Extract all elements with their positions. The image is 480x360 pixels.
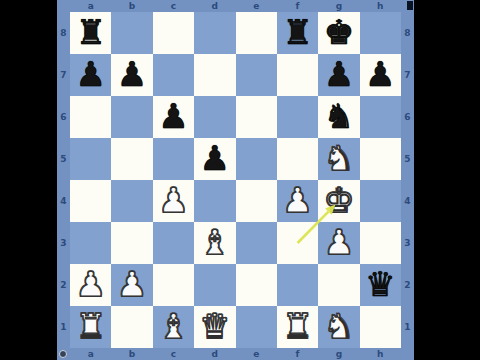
square-f6[interactable] bbox=[277, 96, 318, 138]
square-d1[interactable]: ♛ bbox=[194, 306, 235, 348]
white-pawn[interactable]: ♟ bbox=[117, 267, 147, 301]
coordinate-label-6: 6 bbox=[401, 96, 414, 138]
coordinate-label-g: g bbox=[318, 348, 359, 360]
file-labels-top: abcdefgh bbox=[70, 0, 401, 12]
square-h7[interactable]: ♟ bbox=[360, 54, 401, 96]
white-pawn[interactable]: ♟ bbox=[282, 183, 312, 217]
square-d3[interactable]: ♝ bbox=[194, 222, 235, 264]
watermark-dot-icon bbox=[59, 350, 67, 358]
white-queen[interactable]: ♛ bbox=[200, 309, 230, 343]
square-b8[interactable] bbox=[111, 12, 152, 54]
square-a8[interactable]: ♜ bbox=[70, 12, 111, 54]
square-a4[interactable] bbox=[70, 180, 111, 222]
coordinate-label-2: 2 bbox=[57, 264, 70, 306]
square-b2[interactable]: ♟ bbox=[111, 264, 152, 306]
rank-labels-right: 87654321 bbox=[401, 12, 414, 348]
square-e4[interactable] bbox=[236, 180, 277, 222]
square-b4[interactable] bbox=[111, 180, 152, 222]
coordinate-label-4: 4 bbox=[401, 180, 414, 222]
square-h2[interactable]: ♛ bbox=[360, 264, 401, 306]
black-pawn[interactable]: ♟ bbox=[158, 99, 188, 133]
coordinate-label-c: c bbox=[153, 348, 194, 360]
coordinate-label-h: h bbox=[360, 0, 401, 12]
square-h6[interactable] bbox=[360, 96, 401, 138]
white-rook[interactable]: ♜ bbox=[282, 309, 312, 343]
square-b7[interactable]: ♟ bbox=[111, 54, 152, 96]
coordinate-label-7: 7 bbox=[57, 54, 70, 96]
square-a7[interactable]: ♟ bbox=[70, 54, 111, 96]
square-a6[interactable] bbox=[70, 96, 111, 138]
black-queen[interactable]: ♛ bbox=[365, 267, 395, 301]
square-h4[interactable] bbox=[360, 180, 401, 222]
coordinate-label-e: e bbox=[236, 348, 277, 360]
square-b1[interactable] bbox=[111, 306, 152, 348]
square-f7[interactable] bbox=[277, 54, 318, 96]
square-f2[interactable] bbox=[277, 264, 318, 306]
coordinate-label-g: g bbox=[318, 0, 359, 12]
square-b3[interactable] bbox=[111, 222, 152, 264]
coordinate-label-d: d bbox=[194, 0, 235, 12]
square-c8[interactable] bbox=[153, 12, 194, 54]
square-d6[interactable] bbox=[194, 96, 235, 138]
white-king[interactable]: ♚ bbox=[324, 183, 354, 217]
square-g5[interactable]: ♞ bbox=[318, 138, 359, 180]
square-d4[interactable] bbox=[194, 180, 235, 222]
square-h5[interactable] bbox=[360, 138, 401, 180]
coordinate-label-3: 3 bbox=[57, 222, 70, 264]
coordinate-label-a: a bbox=[70, 0, 111, 12]
square-f5[interactable] bbox=[277, 138, 318, 180]
black-pawn[interactable]: ♟ bbox=[324, 57, 354, 91]
black-rook[interactable]: ♜ bbox=[75, 15, 105, 49]
coordinate-label-8: 8 bbox=[57, 12, 70, 54]
square-g3[interactable]: ♟ bbox=[318, 222, 359, 264]
white-knight[interactable]: ♞ bbox=[324, 141, 354, 175]
square-c5[interactable] bbox=[153, 138, 194, 180]
square-d5[interactable]: ♟ bbox=[194, 138, 235, 180]
file-labels-bottom: abcdefgh bbox=[70, 348, 401, 360]
square-a2[interactable]: ♟ bbox=[70, 264, 111, 306]
white-knight[interactable]: ♞ bbox=[324, 309, 354, 343]
square-h1[interactable] bbox=[360, 306, 401, 348]
rank-labels-left: 87654321 bbox=[57, 12, 70, 348]
coordinate-label-d: d bbox=[194, 348, 235, 360]
square-e1[interactable] bbox=[236, 306, 277, 348]
coordinate-label-8: 8 bbox=[401, 12, 414, 54]
coordinate-label-6: 6 bbox=[57, 96, 70, 138]
square-d2[interactable] bbox=[194, 264, 235, 306]
white-pawn[interactable]: ♟ bbox=[75, 267, 105, 301]
square-a1[interactable]: ♜ bbox=[70, 306, 111, 348]
white-rook[interactable]: ♜ bbox=[75, 309, 105, 343]
square-e8[interactable] bbox=[236, 12, 277, 54]
coordinate-label-c: c bbox=[153, 0, 194, 12]
black-pawn[interactable]: ♟ bbox=[75, 57, 105, 91]
square-c3[interactable] bbox=[153, 222, 194, 264]
coordinate-label-h: h bbox=[360, 348, 401, 360]
square-d8[interactable] bbox=[194, 12, 235, 54]
square-e5[interactable] bbox=[236, 138, 277, 180]
coordinate-label-f: f bbox=[277, 0, 318, 12]
square-g6[interactable]: ♞ bbox=[318, 96, 359, 138]
black-king[interactable]: ♚ bbox=[324, 15, 354, 49]
square-e2[interactable] bbox=[236, 264, 277, 306]
square-g1[interactable]: ♞ bbox=[318, 306, 359, 348]
square-c7[interactable] bbox=[153, 54, 194, 96]
square-e3[interactable] bbox=[236, 222, 277, 264]
square-a3[interactable] bbox=[70, 222, 111, 264]
square-g7[interactable]: ♟ bbox=[318, 54, 359, 96]
black-pawn[interactable]: ♟ bbox=[117, 57, 147, 91]
coordinate-label-f: f bbox=[277, 348, 318, 360]
square-c2[interactable] bbox=[153, 264, 194, 306]
square-g2[interactable] bbox=[318, 264, 359, 306]
square-b5[interactable] bbox=[111, 138, 152, 180]
square-a5[interactable] bbox=[70, 138, 111, 180]
black-pawn[interactable]: ♟ bbox=[200, 141, 230, 175]
coordinate-label-5: 5 bbox=[401, 138, 414, 180]
black-rook[interactable]: ♜ bbox=[282, 15, 312, 49]
corner-marker-icon bbox=[407, 1, 413, 10]
square-h3[interactable] bbox=[360, 222, 401, 264]
square-c4[interactable]: ♟ bbox=[153, 180, 194, 222]
square-f1[interactable]: ♜ bbox=[277, 306, 318, 348]
square-d7[interactable] bbox=[194, 54, 235, 96]
square-e6[interactable] bbox=[236, 96, 277, 138]
coordinate-label-1: 1 bbox=[401, 306, 414, 348]
square-c6[interactable]: ♟ bbox=[153, 96, 194, 138]
square-b6[interactable] bbox=[111, 96, 152, 138]
square-g8[interactable]: ♚ bbox=[318, 12, 359, 54]
coordinate-label-1: 1 bbox=[57, 306, 70, 348]
white-bishop[interactable]: ♝ bbox=[200, 225, 230, 259]
white-bishop[interactable]: ♝ bbox=[158, 309, 188, 343]
coordinate-label-7: 7 bbox=[401, 54, 414, 96]
square-g4[interactable]: ♚ bbox=[318, 180, 359, 222]
coordinate-label-e: e bbox=[236, 0, 277, 12]
square-f8[interactable]: ♜ bbox=[277, 12, 318, 54]
coordinate-label-4: 4 bbox=[57, 180, 70, 222]
white-pawn[interactable]: ♟ bbox=[158, 183, 188, 217]
white-pawn[interactable]: ♟ bbox=[324, 225, 354, 259]
coordinate-label-2: 2 bbox=[401, 264, 414, 306]
chessboard-frame: abcdefgh abcdefgh 87654321 87654321 ♜♜♚♟… bbox=[57, 0, 414, 360]
chessboard: ♜♜♚♟♟♟♟♟♞♟♞♟♟♚♝♟♟♟♛♜♝♛♜♞ bbox=[70, 12, 401, 348]
coordinate-label-b: b bbox=[111, 348, 152, 360]
coordinate-label-b: b bbox=[111, 0, 152, 12]
square-f4[interactable]: ♟ bbox=[277, 180, 318, 222]
square-c1[interactable]: ♝ bbox=[153, 306, 194, 348]
square-e7[interactable] bbox=[236, 54, 277, 96]
black-pawn[interactable]: ♟ bbox=[365, 57, 395, 91]
coordinate-label-3: 3 bbox=[401, 222, 414, 264]
square-h8[interactable] bbox=[360, 12, 401, 54]
black-knight[interactable]: ♞ bbox=[324, 99, 354, 133]
coordinate-label-5: 5 bbox=[57, 138, 70, 180]
square-f3[interactable] bbox=[277, 222, 318, 264]
coordinate-label-a: a bbox=[70, 348, 111, 360]
